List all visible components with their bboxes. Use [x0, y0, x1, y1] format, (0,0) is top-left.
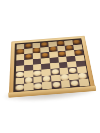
board-photo: ⛂⛂⛂⛂⛂⛂⛂⛂⛂⛂⛂⛂⛀⛀⛀⛀⛀⛀⛀⛀⛀⛀⛀⛀ — [0, 0, 100, 133]
board: ⛂⛂⛂⛂⛂⛂⛂⛂⛂⛂⛂⛂⛀⛀⛀⛀⛀⛀⛀⛀⛀⛀⛀⛀ — [9, 36, 96, 98]
